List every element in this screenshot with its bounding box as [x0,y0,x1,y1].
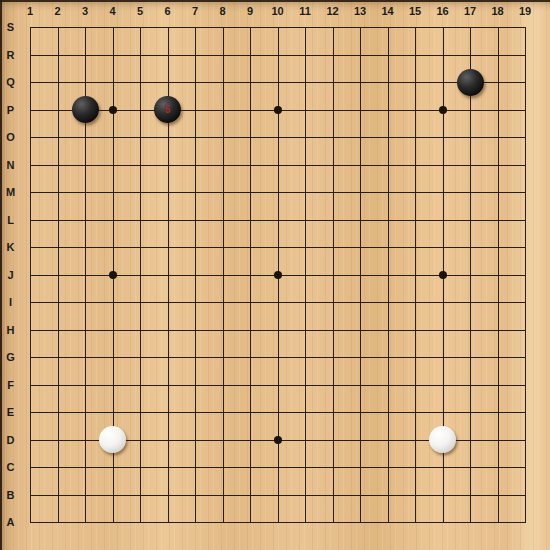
star-point [439,271,447,279]
star-point [274,106,282,114]
black-stone-3P [72,96,99,123]
black-stone-6P: 5 [154,96,181,123]
star-point [109,271,117,279]
star-point [274,271,282,279]
last-move-marker: 5 [154,96,181,123]
go-board-screenshot: 12345678910111213141516171819 SRQPONMLKJ… [0,0,550,550]
board-grid[interactable]: 5 [16,13,539,536]
white-stone-16D [429,426,456,453]
go-board: 12345678910111213141516171819 SRQPONMLKJ… [0,0,550,550]
star-point [274,436,282,444]
black-stone-17Q [457,69,484,96]
star-point [439,106,447,114]
star-point [109,106,117,114]
white-stone-4D [99,426,126,453]
